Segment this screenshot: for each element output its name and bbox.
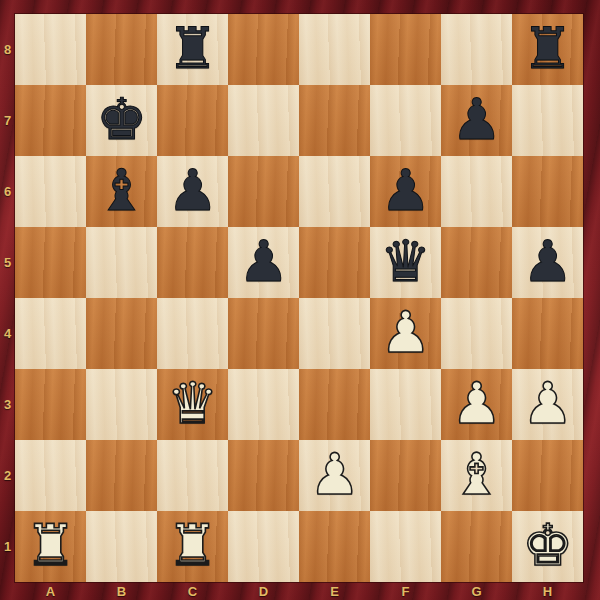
piece-white-bishop[interactable]: ♝ [441,440,512,511]
square-e1[interactable] [299,511,370,582]
square-a7[interactable] [15,85,86,156]
board-frame: ♜♜♚♟♝♟♟♟♛♟♟♛♟♟♟♝♜♜♚ 87654321 ABCDEFGH [0,0,600,600]
square-b6[interactable]: ♝ [86,156,157,227]
square-d1[interactable] [228,511,299,582]
piece-white-king[interactable]: ♚ [512,511,583,582]
square-c8[interactable]: ♜ [157,14,228,85]
piece-black-pawn[interactable]: ♟ [441,85,512,156]
square-c2[interactable] [157,440,228,511]
square-g8[interactable] [441,14,512,85]
square-a8[interactable] [15,14,86,85]
square-f7[interactable] [370,85,441,156]
square-e3[interactable] [299,369,370,440]
square-a5[interactable] [15,227,86,298]
square-b1[interactable] [86,511,157,582]
piece-white-pawn[interactable]: ♟ [441,369,512,440]
square-g3[interactable]: ♟ [441,369,512,440]
piece-black-bishop[interactable]: ♝ [86,156,157,227]
square-e5[interactable] [299,227,370,298]
square-d7[interactable] [228,85,299,156]
chess-board: ♜♜♚♟♝♟♟♟♛♟♟♛♟♟♟♝♜♜♚ [15,14,583,582]
square-g6[interactable] [441,156,512,227]
square-g7[interactable]: ♟ [441,85,512,156]
rank-label-6: 6 [0,156,15,227]
square-h3[interactable]: ♟ [512,369,583,440]
square-g2[interactable]: ♝ [441,440,512,511]
file-label-f: F [370,582,441,600]
file-label-h: H [512,582,583,600]
square-d5[interactable]: ♟ [228,227,299,298]
file-label-d: D [228,582,299,600]
square-c5[interactable] [157,227,228,298]
square-d4[interactable] [228,298,299,369]
piece-black-king[interactable]: ♚ [86,85,157,156]
file-label-a: A [15,582,86,600]
square-f2[interactable] [370,440,441,511]
square-e8[interactable] [299,14,370,85]
square-a1[interactable]: ♜ [15,511,86,582]
square-b3[interactable] [86,369,157,440]
square-g1[interactable] [441,511,512,582]
piece-black-pawn[interactable]: ♟ [157,156,228,227]
square-h2[interactable] [512,440,583,511]
rank-label-2: 2 [0,440,15,511]
square-b4[interactable] [86,298,157,369]
square-d8[interactable] [228,14,299,85]
square-f1[interactable] [370,511,441,582]
square-h5[interactable]: ♟ [512,227,583,298]
square-c4[interactable] [157,298,228,369]
square-f6[interactable]: ♟ [370,156,441,227]
piece-black-rook[interactable]: ♜ [157,14,228,85]
rank-label-3: 3 [0,369,15,440]
square-h6[interactable] [512,156,583,227]
square-a6[interactable] [15,156,86,227]
file-label-e: E [299,582,370,600]
square-g5[interactable] [441,227,512,298]
square-e6[interactable] [299,156,370,227]
square-c7[interactable] [157,85,228,156]
square-c6[interactable]: ♟ [157,156,228,227]
rank-label-4: 4 [0,298,15,369]
file-label-b: B [86,582,157,600]
piece-white-rook[interactable]: ♜ [15,511,86,582]
square-f3[interactable] [370,369,441,440]
piece-white-pawn[interactable]: ♟ [370,298,441,369]
square-h7[interactable] [512,85,583,156]
square-e7[interactable] [299,85,370,156]
square-c1[interactable]: ♜ [157,511,228,582]
square-f8[interactable] [370,14,441,85]
square-c3[interactable]: ♛ [157,369,228,440]
square-h8[interactable]: ♜ [512,14,583,85]
square-a2[interactable] [15,440,86,511]
file-label-c: C [157,582,228,600]
square-d2[interactable] [228,440,299,511]
piece-white-pawn[interactable]: ♟ [512,369,583,440]
rank-label-8: 8 [0,14,15,85]
rank-label-1: 1 [0,511,15,582]
file-label-g: G [441,582,512,600]
square-a3[interactable] [15,369,86,440]
square-e2[interactable]: ♟ [299,440,370,511]
square-b7[interactable]: ♚ [86,85,157,156]
square-d3[interactable] [228,369,299,440]
piece-black-pawn[interactable]: ♟ [370,156,441,227]
piece-white-pawn[interactable]: ♟ [299,440,370,511]
square-d6[interactable] [228,156,299,227]
square-f4[interactable]: ♟ [370,298,441,369]
rank-label-5: 5 [0,227,15,298]
square-g4[interactable] [441,298,512,369]
piece-white-rook[interactable]: ♜ [157,511,228,582]
square-b2[interactable] [86,440,157,511]
piece-black-pawn[interactable]: ♟ [228,227,299,298]
square-b5[interactable] [86,227,157,298]
square-f5[interactable]: ♛ [370,227,441,298]
piece-black-rook[interactable]: ♜ [512,14,583,85]
square-e4[interactable] [299,298,370,369]
piece-white-queen[interactable]: ♛ [157,369,228,440]
piece-black-pawn[interactable]: ♟ [512,227,583,298]
square-b8[interactable] [86,14,157,85]
square-a4[interactable] [15,298,86,369]
square-h1[interactable]: ♚ [512,511,583,582]
piece-black-queen[interactable]: ♛ [370,227,441,298]
rank-label-7: 7 [0,85,15,156]
square-h4[interactable] [512,298,583,369]
